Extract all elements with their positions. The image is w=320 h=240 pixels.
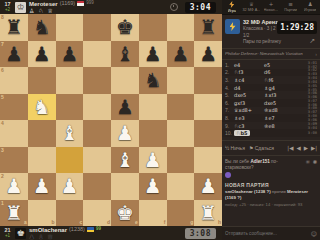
piece-black-pawn[interactable]: ♟ bbox=[144, 44, 162, 64]
square-c7[interactable]: ♟ bbox=[56, 41, 84, 68]
move-times: 3:08 bbox=[308, 131, 317, 135]
top-player-name[interactable]: Meroteser bbox=[29, 1, 58, 7]
bottom-player-arena-rank: 21 +1 bbox=[2, 228, 13, 238]
piece-black-pawn[interactable]: ♟ bbox=[60, 44, 78, 64]
top-player-extra: 999 bbox=[86, 1, 94, 6]
move-row[interactable]: 2.♘f3d63:023:03 bbox=[222, 69, 320, 77]
move-row[interactable]: 3.♗c4♘f63:043:04 bbox=[222, 76, 320, 84]
square-b4[interactable] bbox=[28, 120, 56, 147]
celebrate-icon[interactable]: ✳ bbox=[306, 159, 311, 165]
square-d2[interactable] bbox=[83, 173, 111, 200]
plus-icon: + bbox=[269, 2, 274, 8]
chat-input-row: ☺ bbox=[222, 226, 320, 240]
square-e5[interactable]: ♟ bbox=[111, 94, 139, 121]
piece-black-pawn[interactable]: ♟ bbox=[199, 44, 217, 64]
square-g7[interactable]: ♟ bbox=[167, 41, 195, 68]
square-h7[interactable]: ♟ bbox=[194, 41, 222, 68]
piece-black-pawn[interactable]: ♟ bbox=[171, 44, 189, 64]
square-g3[interactable] bbox=[167, 147, 195, 174]
piece-white-pawn[interactable]: ♟ bbox=[144, 176, 162, 196]
move-list: 1.e4e53:013:022.♘f3d63:023:033.♗c4♘f63:0… bbox=[222, 60, 320, 138]
bottom-player-flag-icon bbox=[87, 227, 94, 232]
square-f4[interactable] bbox=[139, 120, 167, 147]
top-player-flag-icon bbox=[77, 1, 84, 6]
black-move[interactable]: ♗e7 bbox=[264, 115, 294, 121]
bottom-player-rating: (1238) bbox=[69, 227, 85, 233]
piece-white-pawn[interactable]: ♟ bbox=[5, 176, 23, 196]
top-player-arena-rank: 17 +2 bbox=[2, 2, 13, 12]
file-label: f bbox=[164, 220, 166, 225]
square-a3[interactable]: 3 bbox=[0, 147, 28, 174]
piece-black-rook[interactable]: ♜ bbox=[199, 17, 217, 37]
move-row[interactable]: 1.e4e53:013:02 bbox=[222, 61, 320, 69]
move-row[interactable]: 7.♕xd8+♔xd83:083:07 bbox=[222, 107, 320, 115]
file-label: g bbox=[190, 220, 193, 225]
square-d1[interactable]: d bbox=[83, 200, 111, 227]
arena-tournament-card[interactable]: 32 МФ Арена Классика · 3 | 2 1/2 Пары по… bbox=[222, 15, 320, 49]
tab-plus[interactable]: +Новая… bbox=[261, 0, 281, 14]
square-f1[interactable]: f bbox=[139, 200, 167, 227]
square-d5[interactable] bbox=[83, 94, 111, 121]
square-e8[interactable]: ♚ bbox=[111, 14, 139, 41]
piece-black-king[interactable]: ♚ bbox=[116, 17, 134, 37]
share-icon[interactable]: ↗ bbox=[309, 37, 315, 45]
piece-white-pawn[interactable]: ♟ bbox=[60, 176, 78, 196]
move-row[interactable]: 5.dxe5♗xf33:063:06 bbox=[222, 91, 320, 99]
opening-name: Philidor Defense: Nimzowitsch Variation bbox=[225, 51, 303, 56]
top-player-clock: 3:04 bbox=[185, 2, 216, 13]
square-h4[interactable] bbox=[194, 120, 222, 147]
square-f3[interactable]: ♟ bbox=[139, 147, 167, 174]
square-a1[interactable]: 1a♜ bbox=[0, 200, 28, 227]
move-row[interactable]: 4.d4♗g43:053:05 bbox=[222, 84, 320, 92]
bottom-player-extra: 99 bbox=[96, 227, 101, 232]
piece-white-pawn[interactable]: ♟ bbox=[33, 176, 51, 196]
piece-white-bishop[interactable]: ♝ bbox=[60, 123, 78, 143]
white-move[interactable]: gxf3 bbox=[234, 100, 264, 106]
rank-label: 8 bbox=[1, 15, 4, 20]
black-move[interactable]: ♘f6 bbox=[264, 77, 294, 83]
rank-label: 2 bbox=[1, 174, 4, 179]
piece-black-knight[interactable]: ♞ bbox=[33, 17, 51, 37]
move-row[interactable]: 6.gxf3dxe53:073:06 bbox=[222, 99, 320, 107]
piece-white-pawn[interactable]: ♟ bbox=[116, 123, 134, 143]
top-player-bar: 17 +2 ♔ Meroteser (1169) 999 ♙ ♘ ♕ 3:04 bbox=[0, 0, 222, 14]
top-player-rating: (1169) bbox=[60, 1, 76, 7]
black-move[interactable]: ♗g4 bbox=[264, 85, 294, 91]
square-b2[interactable]: ♟ bbox=[28, 173, 56, 200]
resign-button[interactable]: ⚑ Сдаться bbox=[249, 145, 274, 151]
tab-people[interactable]: ♟Игроки bbox=[300, 0, 320, 14]
square-f6[interactable]: ♞ bbox=[139, 67, 167, 94]
white-move[interactable]: e4 bbox=[234, 62, 264, 68]
square-d8[interactable] bbox=[83, 14, 111, 41]
move-times: 3:093:04 bbox=[308, 122, 317, 130]
file-label: b bbox=[51, 220, 54, 225]
tab-bolt[interactable]: Игра bbox=[222, 0, 242, 14]
piece-white-bishop[interactable]: ♝ bbox=[116, 150, 134, 170]
chess-board[interactable]: 8♜♞♚♜7♟♟♟♝♟♟♟6♞5♞♟4♝♟3♝♟2♟♟♟♟♟1a♜bcde♚fg… bbox=[0, 14, 222, 226]
file-label: e bbox=[135, 220, 138, 225]
move-nav-group: |◀◀▶▶| bbox=[287, 145, 317, 151]
square-c4[interactable]: ♝ bbox=[56, 120, 84, 147]
black-move[interactable]: ♗xf3 bbox=[264, 92, 294, 98]
arena-pairing-info: Пары по рейтингу bbox=[243, 39, 281, 45]
bottom-player-bar: 21 +1 ♚ smOlachenar (1238) 99 ♟ ♝ ♛ 3:08 bbox=[0, 226, 222, 240]
square-g1[interactable]: g bbox=[167, 200, 195, 227]
piece-black-bishop[interactable]: ♝ bbox=[116, 44, 134, 64]
square-a6[interactable]: 6 bbox=[0, 67, 28, 94]
white-move[interactable]: ♘b5 bbox=[234, 130, 264, 136]
piece-white-rook[interactable]: ♜ bbox=[199, 203, 217, 223]
tab-list[interactable]: ≡Партии bbox=[281, 0, 301, 14]
square-c6[interactable] bbox=[56, 67, 84, 94]
square-e7[interactable]: ♝ bbox=[111, 41, 139, 68]
sidebar: Игра♕32 МФ А…+Новая…≡Партии♟Игроки 32 МФ… bbox=[222, 0, 320, 240]
piece-white-king[interactable]: ♚ bbox=[116, 203, 134, 223]
piece-white-pawn[interactable]: ♟ bbox=[144, 150, 162, 170]
piece-white-knight[interactable]: ♞ bbox=[33, 97, 51, 117]
rank-label: 4 bbox=[1, 121, 4, 126]
square-c3[interactable] bbox=[56, 147, 84, 174]
black-move[interactable]: e5 bbox=[264, 62, 294, 68]
square-g8[interactable] bbox=[167, 14, 195, 41]
go-first-button[interactable]: |◀ bbox=[287, 145, 293, 151]
white-move[interactable]: d4 bbox=[234, 85, 264, 91]
file-label: a bbox=[24, 220, 27, 225]
square-c2[interactable]: ♟ bbox=[56, 173, 84, 200]
square-c5[interactable] bbox=[56, 94, 84, 121]
file-label: d bbox=[107, 220, 110, 225]
chat-message-input[interactable] bbox=[222, 231, 311, 236]
rank-label: 3 bbox=[1, 148, 4, 153]
black-move[interactable]: dxe5 bbox=[264, 100, 294, 106]
rank-label: 1 bbox=[1, 201, 4, 206]
piece-white-pawn[interactable]: ♟ bbox=[199, 176, 217, 196]
bolt-icon bbox=[229, 1, 234, 8]
square-g4[interactable] bbox=[167, 120, 195, 147]
square-d4[interactable] bbox=[83, 120, 111, 147]
square-d7[interactable] bbox=[83, 41, 111, 68]
square-e1[interactable]: e♚ bbox=[111, 200, 139, 227]
rank-label: 6 bbox=[1, 68, 4, 73]
bottom-player-clock: 3:08 bbox=[185, 228, 216, 239]
game-controls: ½ Ничья ⚑ Сдаться |◀◀▶▶| bbox=[222, 140, 320, 155]
square-e3[interactable]: ♝ bbox=[111, 147, 139, 174]
square-f5[interactable] bbox=[139, 94, 167, 121]
trophy-icon: ♕ bbox=[249, 2, 254, 8]
piece-black-pawn[interactable]: ♟ bbox=[33, 44, 51, 64]
piece-white-rook[interactable]: ♜ bbox=[5, 203, 23, 223]
square-h8[interactable]: ♜ bbox=[194, 14, 222, 41]
white-move[interactable]: ♗e3 bbox=[234, 115, 264, 121]
top-player-avatar[interactable]: ♔ bbox=[15, 2, 26, 13]
square-c1[interactable]: c bbox=[56, 200, 84, 227]
square-a7[interactable]: 7♟ bbox=[0, 41, 28, 68]
top-player-captured-pieces: ♙ ♘ ♕ bbox=[29, 8, 94, 14]
opening-row: Philidor Defense: Nimzowitsch Variation … bbox=[222, 49, 320, 60]
chess-app-window: 17 +2 ♔ Meroteser (1169) 999 ♙ ♘ ♕ 3:04 … bbox=[0, 0, 320, 240]
piece-black-pawn[interactable]: ♟ bbox=[5, 44, 23, 64]
clock-icon bbox=[170, 3, 178, 11]
square-f8[interactable] bbox=[139, 14, 167, 41]
square-h3[interactable] bbox=[194, 147, 222, 174]
square-b8[interactable]: ♞ bbox=[28, 14, 56, 41]
square-a4[interactable]: 4 bbox=[0, 120, 28, 147]
tab-trophy[interactable]: ♕32 МФ А… bbox=[242, 0, 262, 14]
white-move[interactable]: ♕xd8+ bbox=[234, 107, 264, 113]
white-move[interactable]: ♘c3 bbox=[234, 123, 264, 129]
square-b5[interactable]: ♞ bbox=[28, 94, 56, 121]
piece-black-rook[interactable]: ♜ bbox=[5, 17, 23, 37]
go-back-button[interactable]: ◀ bbox=[296, 145, 300, 151]
chat-emoji-reaction[interactable] bbox=[225, 172, 231, 178]
white-move[interactable]: ♘f3 bbox=[234, 69, 264, 75]
square-c8[interactable] bbox=[56, 14, 84, 41]
arena-title: 32 МФ Арена bbox=[243, 19, 281, 26]
piece-black-pawn[interactable]: ♟ bbox=[116, 97, 134, 117]
square-e2[interactable] bbox=[111, 173, 139, 200]
rank-label: 5 bbox=[1, 95, 4, 100]
square-a2[interactable]: 2♟ bbox=[0, 173, 28, 200]
bottom-player-name[interactable]: smOlachenar bbox=[29, 227, 67, 233]
black-move[interactable]: ♔e8 bbox=[264, 123, 294, 129]
square-e6[interactable] bbox=[111, 67, 139, 94]
new-game-matchup: smOlachenar (1238 ?) против Meroteser (1… bbox=[225, 189, 317, 200]
bottom-player-avatar[interactable]: ♚ bbox=[15, 228, 26, 239]
square-b6[interactable] bbox=[28, 67, 56, 94]
black-move[interactable]: d6 bbox=[264, 69, 294, 75]
draw-offer-button[interactable]: ½ Ничья bbox=[225, 145, 245, 151]
move-row[interactable]: 9.♘c3♔e83:093:04 bbox=[222, 122, 320, 130]
file-label: c bbox=[79, 220, 82, 225]
new-game-header: НОВАЯ ПАРТИЯ bbox=[225, 182, 317, 188]
square-f7[interactable]: ♟ bbox=[139, 41, 167, 68]
bottom-player-captured-pieces: ♟ ♝ ♛ bbox=[29, 234, 101, 240]
white-move[interactable]: ♗c4 bbox=[234, 77, 264, 83]
gear-icon[interactable]: ✱ bbox=[312, 159, 317, 165]
move-row[interactable]: 8.♗e3♗e73:083:06 bbox=[222, 114, 320, 122]
square-g2[interactable] bbox=[167, 173, 195, 200]
chat-area: Вы ли себе Adler151 по-стариковски? ✳ ✱ … bbox=[222, 155, 320, 210]
square-g6[interactable] bbox=[167, 67, 195, 94]
square-d6[interactable] bbox=[83, 67, 111, 94]
piece-black-knight[interactable]: ♞ bbox=[144, 70, 162, 90]
arena-countdown-timer: 1:29:28 bbox=[277, 21, 317, 34]
chevron-right-icon[interactable]: › bbox=[315, 51, 317, 57]
rank-label: 7 bbox=[1, 42, 4, 47]
square-h2[interactable]: ♟ bbox=[194, 173, 222, 200]
square-b3[interactable] bbox=[28, 147, 56, 174]
square-d3[interactable] bbox=[83, 147, 111, 174]
square-f2[interactable]: ♟ bbox=[139, 173, 167, 200]
square-e4[interactable]: ♟ bbox=[111, 120, 139, 147]
square-h5[interactable] bbox=[194, 94, 222, 121]
go-last-button[interactable]: ▶| bbox=[311, 145, 317, 151]
square-b1[interactable]: b bbox=[28, 200, 56, 227]
square-a5[interactable]: 5 bbox=[0, 94, 28, 121]
sidebar-tab-bar: Игра♕32 МФ А…+Новая…≡Партии♟Игроки bbox=[222, 0, 320, 15]
head-to-head-stats: побед: +25 · ничьих: 14 · поражений: 93 bbox=[225, 202, 317, 207]
file-label: h bbox=[218, 220, 221, 225]
white-move[interactable]: dxe5 bbox=[234, 92, 264, 98]
arena-time-control: Классика · 3 | 2 bbox=[243, 26, 281, 32]
emoji-picker-icon[interactable]: ☺ bbox=[311, 230, 317, 237]
square-h6[interactable] bbox=[194, 67, 222, 94]
people-icon: ♟ bbox=[308, 2, 313, 8]
square-h1[interactable]: h♜ bbox=[194, 200, 222, 227]
square-a8[interactable]: 8♜ bbox=[0, 14, 28, 41]
move-row[interactable]: 10.♘b53:08 bbox=[222, 129, 320, 137]
go-forward-button[interactable]: ▶ bbox=[304, 145, 308, 151]
square-b7[interactable]: ♟ bbox=[28, 41, 56, 68]
square-g5[interactable] bbox=[167, 94, 195, 121]
list-icon: ≡ bbox=[288, 2, 293, 8]
chat-message: Вы ли себе Adler151 по-стариковски? bbox=[225, 159, 297, 170]
arena-bolt-icon bbox=[225, 19, 240, 34]
black-move[interactable]: ♔xd8 bbox=[264, 107, 294, 113]
